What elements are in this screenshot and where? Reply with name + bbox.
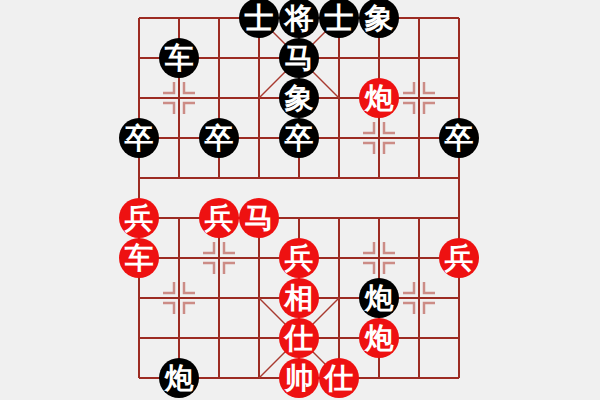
piece-black-pawn[interactable]: 卒 xyxy=(439,118,479,158)
piece-black-pawn[interactable]: 卒 xyxy=(279,118,319,158)
piece-red-advisor[interactable]: 仕 xyxy=(279,318,319,358)
piece-red-pawn[interactable]: 兵 xyxy=(279,238,319,278)
piece-red-king[interactable]: 帅 xyxy=(279,358,319,398)
piece-black-pawn[interactable]: 卒 xyxy=(199,118,239,158)
piece-black-rook[interactable]: 车 xyxy=(159,38,199,78)
piece-black-elephant[interactable]: 象 xyxy=(359,0,399,38)
piece-red-cannon[interactable]: 炮 xyxy=(359,78,399,118)
piece-red-elephant[interactable]: 相 xyxy=(279,278,319,318)
xiangqi-screen: 士将士象车马象炮卒卒卒卒兵兵马车兵兵相炮仕炮炮帅仕 xyxy=(0,0,600,400)
piece-red-horse[interactable]: 马 xyxy=(239,198,279,238)
piece-black-cannon[interactable]: 炮 xyxy=(159,358,199,398)
piece-red-advisor[interactable]: 仕 xyxy=(319,358,359,398)
piece-red-pawn[interactable]: 兵 xyxy=(119,198,159,238)
piece-red-cannon[interactable]: 炮 xyxy=(359,318,399,358)
piece-black-advisor[interactable]: 士 xyxy=(319,0,359,38)
piece-black-advisor[interactable]: 士 xyxy=(239,0,279,38)
piece-black-cannon[interactable]: 炮 xyxy=(359,278,399,318)
piece-red-pawn[interactable]: 兵 xyxy=(199,198,239,238)
piece-red-rook[interactable]: 车 xyxy=(119,238,159,278)
piece-black-horse[interactable]: 马 xyxy=(279,38,319,78)
piece-layer: 士将士象车马象炮卒卒卒卒兵兵马车兵兵相炮仕炮炮帅仕 xyxy=(119,0,479,398)
piece-black-pawn[interactable]: 卒 xyxy=(119,118,159,158)
piece-black-elephant[interactable]: 象 xyxy=(279,78,319,118)
piece-black-king[interactable]: 将 xyxy=(279,0,319,38)
piece-red-pawn[interactable]: 兵 xyxy=(439,238,479,278)
